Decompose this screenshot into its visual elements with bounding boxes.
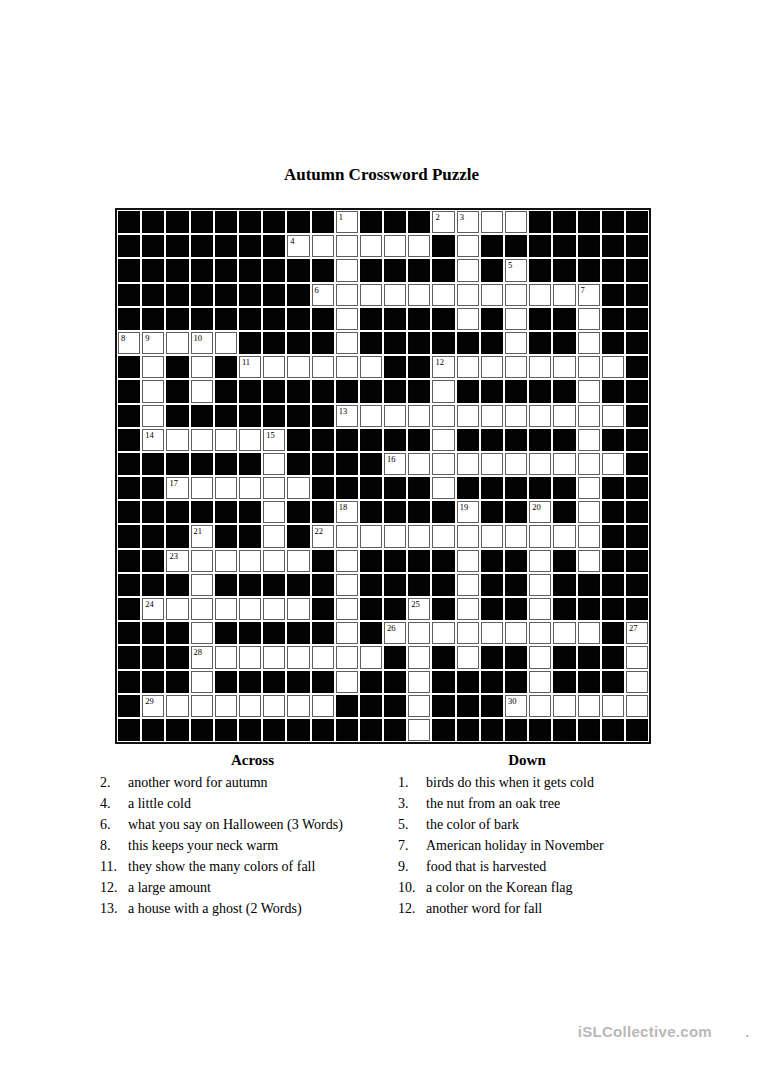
grid-cell[interactable] [481,405,503,427]
black-cell [287,380,309,402]
grid-cell[interactable] [553,405,575,427]
black-cell [360,477,382,499]
black-cell [191,284,213,306]
grid-cell[interactable] [481,211,503,233]
grid-cell[interactable]: 3 [457,211,479,233]
cell-clue-number: 4 [290,236,294,246]
black-cell [287,501,309,523]
grid-cell[interactable] [312,695,334,717]
black-cell [408,550,430,572]
across-clue-list: 2.another word for autumn4.a little cold… [100,772,405,919]
black-cell [263,719,285,741]
grid-cell[interactable] [239,695,261,717]
black-cell [239,259,261,281]
black-cell [118,646,140,668]
black-cell [215,525,237,547]
grid-cell[interactable] [602,695,624,717]
grid-cell[interactable]: 5 [505,259,527,281]
grid-cell[interactable] [336,308,358,330]
grid-cell[interactable] [287,477,309,499]
grid-cell[interactable] [432,453,454,475]
grid-cell[interactable]: 20 [529,501,551,523]
grid-cell[interactable] [457,259,479,281]
clue-text: this keeps your neck warm [128,835,405,856]
black-cell [626,284,648,306]
grid-cell[interactable] [408,405,430,427]
black-cell [142,453,164,475]
grid-cell[interactable] [626,646,648,668]
grid-cell[interactable] [215,646,237,668]
grid-cell[interactable] [239,646,261,668]
cell-clue-number: 30 [508,696,517,706]
grid-cell[interactable] [481,356,503,378]
grid-cell[interactable] [215,695,237,717]
grid-cell[interactable] [432,525,454,547]
black-cell [553,308,575,330]
black-cell [529,477,551,499]
black-cell [505,235,527,257]
grid-cell[interactable] [432,284,454,306]
grid-cell[interactable] [287,695,309,717]
grid-cell[interactable] [457,405,479,427]
grid-cell[interactable] [191,477,213,499]
grid-cell[interactable] [529,525,551,547]
grid-cell[interactable] [336,259,358,281]
grid-cell[interactable] [553,695,575,717]
black-cell [578,574,600,596]
black-cell [166,646,188,668]
grid-cell[interactable]: 11 [239,356,261,378]
black-cell [142,671,164,693]
clue-item: 1.birds do this when it gets cold [398,772,656,793]
grid-cell[interactable] [602,453,624,475]
grid-cell[interactable] [457,284,479,306]
black-cell [384,380,406,402]
grid-cell[interactable] [336,598,358,620]
grid-cell[interactable] [408,284,430,306]
grid-cell[interactable]: 14 [142,429,164,451]
grid-cell[interactable] [578,501,600,523]
clue-text: they show the many colors of fall [128,856,405,877]
grid-cell[interactable]: 19 [457,501,479,523]
grid-cell[interactable] [408,719,430,741]
grid-cell[interactable] [457,356,479,378]
grid-cell[interactable]: 21 [191,525,213,547]
clue-number: 3. [398,793,426,814]
grid-cell[interactable] [360,356,382,378]
cell-clue-number: 16 [387,454,396,464]
grid-cell[interactable]: 7 [578,284,600,306]
black-cell [336,453,358,475]
grid-cell[interactable] [481,284,503,306]
grid-cell[interactable] [239,429,261,451]
grid-cell[interactable] [239,550,261,572]
grid-cell[interactable] [336,356,358,378]
grid-cell[interactable] [215,477,237,499]
grid-cell[interactable] [191,695,213,717]
black-cell [553,646,575,668]
grid-cell[interactable] [578,550,600,572]
grid-cell[interactable] [457,622,479,644]
grid-cell[interactable] [408,235,430,257]
black-cell [142,284,164,306]
grid-cell[interactable] [578,356,600,378]
grid-cell[interactable] [336,622,358,644]
grid-cell[interactable]: 2 [432,211,454,233]
grid-cell[interactable] [312,646,334,668]
grid-cell[interactable] [360,235,382,257]
grid-cell[interactable] [505,622,527,644]
grid-cell[interactable] [408,671,430,693]
grid-cell[interactable] [263,356,285,378]
grid-cell[interactable] [457,525,479,547]
grid-cell[interactable] [191,550,213,572]
grid-cell[interactable] [312,235,334,257]
grid-cell[interactable] [457,453,479,475]
grid-cell[interactable] [432,405,454,427]
grid-cell[interactable] [360,405,382,427]
grid-cell[interactable] [215,332,237,354]
grid-cell[interactable] [191,622,213,644]
grid-cell[interactable] [529,550,551,572]
black-cell [553,332,575,354]
cell-clue-number: 5 [508,260,512,270]
black-cell [360,211,382,233]
grid-cell[interactable] [360,646,382,668]
clue-number: 4. [100,793,128,814]
grid-cell[interactable] [239,477,261,499]
grid-cell[interactable] [263,695,285,717]
grid-cell[interactable] [553,525,575,547]
grid-cell[interactable] [287,646,309,668]
grid-cell[interactable] [166,598,188,620]
black-cell [457,429,479,451]
cell-clue-number: 13 [339,406,348,416]
grid-cell[interactable] [529,622,551,644]
black-cell [118,598,140,620]
grid-cell[interactable] [312,356,334,378]
grid-cell[interactable] [142,405,164,427]
black-cell [578,646,600,668]
grid-cell[interactable] [336,525,358,547]
black-cell [312,574,334,596]
grid-cell[interactable] [336,646,358,668]
grid-cell[interactable] [602,405,624,427]
grid-cell[interactable] [553,622,575,644]
grid-cell[interactable] [263,598,285,620]
grid-cell[interactable] [602,356,624,378]
grid-cell[interactable] [505,308,527,330]
grid-cell[interactable] [191,380,213,402]
grid-cell[interactable] [336,550,358,572]
black-cell [457,477,479,499]
islcollective-watermark: iSLCollective.com [578,1023,712,1040]
black-cell [312,598,334,620]
grid-cell[interactable] [408,646,430,668]
black-cell [384,671,406,693]
black-cell [166,235,188,257]
black-cell [191,405,213,427]
grid-cell[interactable] [578,380,600,402]
black-cell [553,429,575,451]
clue-item: 5.the color of bark [398,814,656,835]
grid-cell[interactable] [529,695,551,717]
grid-cell[interactable] [529,646,551,668]
grid-cell[interactable] [578,477,600,499]
grid-cell[interactable] [505,405,527,427]
black-cell [481,695,503,717]
grid-cell[interactable] [481,525,503,547]
grid-cell[interactable] [481,453,503,475]
grid-cell[interactable] [166,695,188,717]
black-cell [505,646,527,668]
grid-cell[interactable] [384,284,406,306]
clue-text: a large amount [128,877,405,898]
grid-cell[interactable] [529,284,551,306]
grid-cell[interactable] [578,453,600,475]
grid-cell[interactable] [408,695,430,717]
grid-cell[interactable] [384,235,406,257]
black-cell [481,477,503,499]
grid-cell[interactable] [529,671,551,693]
grid-cell[interactable] [505,356,527,378]
grid-cell[interactable] [432,380,454,402]
grid-cell[interactable] [529,356,551,378]
grid-cell[interactable]: 28 [191,646,213,668]
black-cell [287,259,309,281]
grid-cell[interactable] [239,598,261,620]
black-cell [529,259,551,281]
grid-cell[interactable] [578,525,600,547]
black-cell [626,574,648,596]
grid-cell[interactable]: 30 [505,695,527,717]
grid-cell[interactable] [626,671,648,693]
grid-cell[interactable]: 12 [432,356,454,378]
black-cell [457,380,479,402]
grid-cell[interactable] [336,235,358,257]
grid-cell[interactable] [263,453,285,475]
cell-clue-number: 1 [339,212,343,222]
grid-cell[interactable]: 9 [142,332,164,354]
black-cell [553,719,575,741]
black-cell [457,695,479,717]
grid-cell[interactable] [578,622,600,644]
black-cell [384,646,406,668]
grid-cell[interactable] [263,646,285,668]
black-cell [626,598,648,620]
black-cell [602,235,624,257]
black-cell [118,211,140,233]
clue-item: 12.another word for fall [398,898,656,919]
grid-cell[interactable] [578,308,600,330]
black-cell [626,405,648,427]
clue-number: 9. [398,856,426,877]
grid-cell[interactable]: 18 [336,501,358,523]
grid-cell[interactable] [432,622,454,644]
black-cell [142,574,164,596]
grid-cell[interactable] [336,284,358,306]
grid-cell[interactable] [215,429,237,451]
clue-number: 1. [398,772,426,793]
grid-cell[interactable] [457,646,479,668]
black-cell [215,453,237,475]
grid-cell[interactable] [626,695,648,717]
across-clues-section: Across 2.another word for autumn4.a litt… [100,751,405,919]
grid-cell[interactable] [529,574,551,596]
clue-text: the nut from an oak tree [426,793,656,814]
grid-cell[interactable] [457,598,479,620]
grid-cell[interactable] [191,574,213,596]
grid-cell[interactable] [287,598,309,620]
grid-cell[interactable] [142,356,164,378]
grid-cell[interactable] [432,477,454,499]
grid-cell[interactable] [408,622,430,644]
black-cell [408,477,430,499]
grid-cell[interactable]: 29 [142,695,164,717]
black-cell [481,308,503,330]
black-cell [360,550,382,572]
grid-cell[interactable] [553,356,575,378]
grid-cell[interactable] [263,477,285,499]
grid-cell[interactable] [336,574,358,596]
clue-text: another word for autumn [128,772,405,793]
black-cell [287,453,309,475]
black-cell [287,308,309,330]
black-cell [287,525,309,547]
grid-cell[interactable] [384,525,406,547]
grid-cell[interactable] [263,550,285,572]
grid-cell[interactable] [505,332,527,354]
black-cell [529,308,551,330]
grid-cell[interactable] [191,598,213,620]
grid-cell[interactable] [191,671,213,693]
black-cell [360,695,382,717]
grid-cell[interactable] [553,453,575,475]
black-cell [215,356,237,378]
grid-cell[interactable] [166,332,188,354]
black-cell [142,308,164,330]
grid-cell[interactable]: 10 [191,332,213,354]
grid-cell[interactable] [578,332,600,354]
grid-cell[interactable] [191,356,213,378]
grid-cell[interactable] [505,453,527,475]
black-cell [553,574,575,596]
grid-cell[interactable] [505,525,527,547]
grid-cell[interactable] [360,525,382,547]
black-cell [215,259,237,281]
grid-cell[interactable] [529,598,551,620]
grid-cell[interactable]: 26 [384,622,406,644]
black-cell [118,308,140,330]
black-cell [553,477,575,499]
grid-cell[interactable] [578,695,600,717]
black-cell [142,719,164,741]
clue-number: 6. [100,814,128,835]
grid-cell[interactable] [505,284,527,306]
grid-cell[interactable]: 25 [408,598,430,620]
grid-cell[interactable] [215,598,237,620]
black-cell [215,501,237,523]
grid-cell[interactable] [384,405,406,427]
black-cell [118,525,140,547]
grid-cell[interactable]: 27 [626,622,648,644]
grid-cell[interactable] [263,501,285,523]
grid-cell[interactable] [408,453,430,475]
black-cell [505,598,527,620]
grid-cell[interactable] [578,429,600,451]
grid-cell[interactable]: 16 [384,453,406,475]
black-cell [263,574,285,596]
grid-cell[interactable]: 24 [142,598,164,620]
grid-cell[interactable] [166,429,188,451]
grid-cell[interactable] [432,429,454,451]
grid-cell[interactable] [336,332,358,354]
down-header: Down [398,751,656,769]
black-cell [408,574,430,596]
black-cell [118,284,140,306]
black-cell [166,211,188,233]
black-cell [626,211,648,233]
clue-number: 2. [100,772,128,793]
grid-cell[interactable] [191,429,213,451]
grid-cell[interactable] [505,211,527,233]
grid-cell[interactable]: 15 [263,429,285,451]
grid-cell[interactable] [529,453,551,475]
grid-cell[interactable] [457,550,479,572]
black-cell [602,598,624,620]
grid-cell[interactable] [336,671,358,693]
grid-cell[interactable] [457,574,479,596]
grid-cell[interactable]: 23 [166,550,188,572]
grid-cell[interactable] [578,405,600,427]
grid-cell[interactable]: 8 [118,332,140,354]
grid-cell[interactable] [287,356,309,378]
black-cell [626,259,648,281]
black-cell [432,646,454,668]
black-cell [166,525,188,547]
black-cell [505,574,527,596]
black-cell [142,550,164,572]
black-cell [166,501,188,523]
grid-cell[interactable]: 4 [287,235,309,257]
grid-cell[interactable]: 17 [166,477,188,499]
grid-cell[interactable] [481,622,503,644]
grid-cell[interactable] [457,235,479,257]
grid-cell[interactable]: 6 [312,284,334,306]
black-cell [457,671,479,693]
black-cell [239,574,261,596]
black-cell [360,308,382,330]
clue-text: a little cold [128,793,405,814]
grid-cell[interactable] [360,284,382,306]
black-cell [118,405,140,427]
grid-cell[interactable] [142,380,164,402]
black-cell [481,235,503,257]
grid-cell[interactable] [553,284,575,306]
grid-cell[interactable]: 13 [336,405,358,427]
grid-cell[interactable] [263,525,285,547]
grid-cell[interactable] [408,525,430,547]
black-cell [384,550,406,572]
grid-cell[interactable]: 22 [312,525,334,547]
black-cell [239,284,261,306]
grid-cell[interactable] [529,405,551,427]
grid-cell[interactable]: 1 [336,211,358,233]
grid-cell[interactable] [215,550,237,572]
grid-cell[interactable] [287,550,309,572]
black-cell [505,671,527,693]
grid-cell[interactable] [457,308,479,330]
